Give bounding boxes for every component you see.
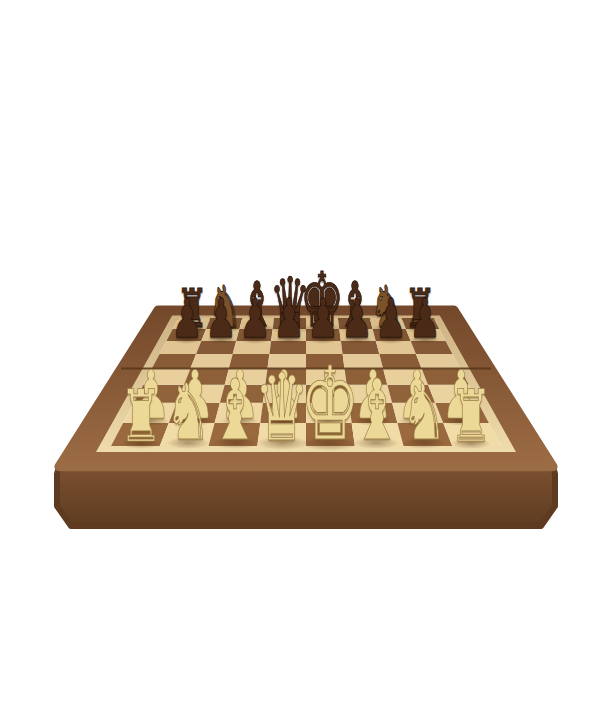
piece-black-pawn-d7[interactable]: ♟ (273, 293, 305, 347)
piece-white-king-e1[interactable]: ♚ (300, 354, 360, 455)
piece-black-pawn-f7[interactable]: ♟ (341, 293, 373, 347)
board-side-face (57, 466, 555, 526)
piece-white-rook-a1[interactable]: ♜ (119, 380, 162, 452)
piece-white-bishop-c1[interactable]: ♝ (210, 369, 260, 453)
piece-white-knight-b1[interactable]: ♞ (165, 375, 211, 453)
piece-white-knight-g1[interactable]: ♞ (401, 375, 447, 453)
piece-black-pawn-b7[interactable]: ♟ (205, 293, 237, 347)
piece-black-pawn-e7[interactable]: ♟ (307, 293, 339, 347)
chess-set-photo: ♜♞♝♛♚♝♞♜♟♟♟♟♟♟♟♟♟♟♟♟♟♟♟♟♜♞♝♛♚♝♞♜ (0, 0, 600, 708)
piece-black-pawn-g7[interactable]: ♟ (375, 293, 407, 347)
piece-white-rook-h1[interactable]: ♜ (450, 380, 493, 452)
piece-black-pawn-a7[interactable]: ♟ (171, 293, 203, 347)
piece-black-pawn-h7[interactable]: ♟ (409, 293, 441, 347)
piece-black-pawn-c7[interactable]: ♟ (239, 293, 271, 347)
piece-white-bishop-f1[interactable]: ♝ (352, 369, 402, 453)
